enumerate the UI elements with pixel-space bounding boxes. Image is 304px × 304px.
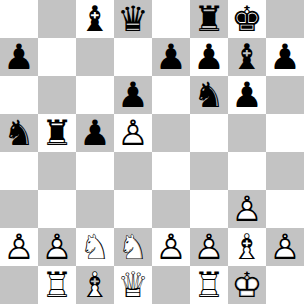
square-a3[interactable] xyxy=(0,190,38,228)
piece-black-rook: ♜ xyxy=(190,0,228,38)
piece-glyph: ♙ xyxy=(152,228,190,266)
square-d5[interactable]: ♟♙ xyxy=(114,114,152,152)
square-g5[interactable] xyxy=(228,114,266,152)
square-b3[interactable] xyxy=(38,190,76,228)
square-h6[interactable] xyxy=(266,76,304,114)
piece-black-pawn: ♟ xyxy=(152,38,190,76)
piece-white-queen: ♛♕ xyxy=(114,266,152,304)
square-h8[interactable] xyxy=(266,0,304,38)
square-b8[interactable] xyxy=(38,0,76,38)
square-e7[interactable]: ♟ xyxy=(152,38,190,76)
piece-black-king: ♚ xyxy=(228,0,266,38)
chess-board: ♝♛♜♚♟♟♟♝♟♟♞♟♞♜♟♟♙♟♙♟♙♟♙♞♘♞♘♟♙♟♙♝♗♟♙♜♖♝♗♛… xyxy=(0,0,304,304)
piece-glyph: ♙ xyxy=(266,228,304,266)
square-h2[interactable]: ♟♙ xyxy=(266,228,304,266)
square-a5[interactable]: ♞ xyxy=(0,114,38,152)
piece-white-pawn: ♟♙ xyxy=(152,228,190,266)
piece-black-bishop: ♝ xyxy=(76,0,114,38)
square-g2[interactable]: ♝♗ xyxy=(228,228,266,266)
square-e5[interactable] xyxy=(152,114,190,152)
piece-black-pawn: ♟ xyxy=(114,76,152,114)
square-e6[interactable] xyxy=(152,76,190,114)
square-d1[interactable]: ♛♕ xyxy=(114,266,152,304)
piece-black-pawn: ♟ xyxy=(266,38,304,76)
piece-glyph: ♖ xyxy=(38,266,76,304)
piece-glyph: ♗ xyxy=(228,228,266,266)
square-f1[interactable]: ♜♖ xyxy=(190,266,228,304)
piece-glyph: ♟ xyxy=(190,38,228,76)
square-h3[interactable] xyxy=(266,190,304,228)
piece-glyph: ♗ xyxy=(76,266,114,304)
square-g6[interactable]: ♟ xyxy=(228,76,266,114)
piece-glyph: ♞ xyxy=(0,114,38,152)
piece-white-bishop: ♝♗ xyxy=(76,266,114,304)
square-g8[interactable]: ♚ xyxy=(228,0,266,38)
piece-white-pawn: ♟♙ xyxy=(0,228,38,266)
piece-glyph: ♙ xyxy=(0,228,38,266)
piece-white-bishop: ♝♗ xyxy=(228,228,266,266)
square-d4[interactable] xyxy=(114,152,152,190)
square-f7[interactable]: ♟ xyxy=(190,38,228,76)
piece-black-rook: ♜ xyxy=(38,114,76,152)
piece-black-pawn: ♟ xyxy=(0,38,38,76)
piece-glyph: ♙ xyxy=(114,114,152,152)
square-e3[interactable] xyxy=(152,190,190,228)
piece-white-pawn: ♟♙ xyxy=(266,228,304,266)
square-d8[interactable]: ♛ xyxy=(114,0,152,38)
piece-glyph: ♜ xyxy=(190,0,228,38)
square-f5[interactable] xyxy=(190,114,228,152)
square-e8[interactable] xyxy=(152,0,190,38)
square-h7[interactable]: ♟ xyxy=(266,38,304,76)
piece-glyph: ♟ xyxy=(152,38,190,76)
piece-glyph: ♘ xyxy=(76,228,114,266)
piece-white-rook: ♜♖ xyxy=(38,266,76,304)
square-g4[interactable] xyxy=(228,152,266,190)
square-g1[interactable]: ♚♔ xyxy=(228,266,266,304)
piece-black-knight: ♞ xyxy=(0,114,38,152)
piece-black-pawn: ♟ xyxy=(190,38,228,76)
square-b4[interactable] xyxy=(38,152,76,190)
piece-black-knight: ♞ xyxy=(190,76,228,114)
square-f3[interactable] xyxy=(190,190,228,228)
square-c6[interactable] xyxy=(76,76,114,114)
piece-black-bishop: ♝ xyxy=(228,38,266,76)
square-d6[interactable]: ♟ xyxy=(114,76,152,114)
square-e1[interactable] xyxy=(152,266,190,304)
piece-glyph: ♘ xyxy=(114,228,152,266)
piece-glyph: ♛ xyxy=(114,0,152,38)
square-a2[interactable]: ♟♙ xyxy=(0,228,38,266)
piece-white-king: ♚♔ xyxy=(228,266,266,304)
piece-white-knight: ♞♘ xyxy=(114,228,152,266)
square-c2[interactable]: ♞♘ xyxy=(76,228,114,266)
piece-glyph: ♝ xyxy=(228,38,266,76)
square-h5[interactable] xyxy=(266,114,304,152)
square-c1[interactable]: ♝♗ xyxy=(76,266,114,304)
square-c8[interactable]: ♝ xyxy=(76,0,114,38)
square-a1[interactable] xyxy=(0,266,38,304)
piece-glyph: ♙ xyxy=(38,228,76,266)
square-h4[interactable] xyxy=(266,152,304,190)
square-b6[interactable] xyxy=(38,76,76,114)
square-c4[interactable] xyxy=(76,152,114,190)
piece-glyph: ♟ xyxy=(228,76,266,114)
square-b7[interactable] xyxy=(38,38,76,76)
square-g7[interactable]: ♝ xyxy=(228,38,266,76)
piece-glyph: ♞ xyxy=(190,76,228,114)
square-d7[interactable] xyxy=(114,38,152,76)
square-a6[interactable] xyxy=(0,76,38,114)
piece-glyph: ♟ xyxy=(114,76,152,114)
piece-glyph: ♖ xyxy=(190,266,228,304)
piece-glyph: ♟ xyxy=(76,114,114,152)
square-g3[interactable]: ♟♙ xyxy=(228,190,266,228)
piece-glyph: ♕ xyxy=(114,266,152,304)
square-a7[interactable]: ♟ xyxy=(0,38,38,76)
square-c3[interactable] xyxy=(76,190,114,228)
piece-white-knight: ♞♘ xyxy=(76,228,114,266)
square-d2[interactable]: ♞♘ xyxy=(114,228,152,266)
square-e2[interactable]: ♟♙ xyxy=(152,228,190,266)
square-b1[interactable]: ♜♖ xyxy=(38,266,76,304)
piece-black-pawn: ♟ xyxy=(76,114,114,152)
square-b5[interactable]: ♜ xyxy=(38,114,76,152)
piece-glyph: ♔ xyxy=(228,266,266,304)
square-f4[interactable] xyxy=(190,152,228,190)
piece-glyph: ♟ xyxy=(0,38,38,76)
piece-black-pawn: ♟ xyxy=(228,76,266,114)
square-e4[interactable] xyxy=(152,152,190,190)
square-a4[interactable] xyxy=(0,152,38,190)
piece-glyph: ♜ xyxy=(38,114,76,152)
square-c5[interactable]: ♟ xyxy=(76,114,114,152)
square-c7[interactable] xyxy=(76,38,114,76)
piece-glyph: ♚ xyxy=(228,0,266,38)
piece-white-rook: ♜♖ xyxy=(190,266,228,304)
square-h1[interactable] xyxy=(266,266,304,304)
piece-white-pawn: ♟♙ xyxy=(38,228,76,266)
piece-glyph: ♙ xyxy=(190,228,228,266)
piece-glyph: ♙ xyxy=(228,190,266,228)
piece-glyph: ♝ xyxy=(76,0,114,38)
square-d3[interactable] xyxy=(114,190,152,228)
square-f2[interactable]: ♟♙ xyxy=(190,228,228,266)
square-f6[interactable]: ♞ xyxy=(190,76,228,114)
piece-white-pawn: ♟♙ xyxy=(190,228,228,266)
square-a8[interactable] xyxy=(0,0,38,38)
square-f8[interactable]: ♜ xyxy=(190,0,228,38)
square-b2[interactable]: ♟♙ xyxy=(38,228,76,266)
piece-white-pawn: ♟♙ xyxy=(228,190,266,228)
piece-black-queen: ♛ xyxy=(114,0,152,38)
piece-glyph: ♟ xyxy=(266,38,304,76)
piece-white-pawn: ♟♙ xyxy=(114,114,152,152)
